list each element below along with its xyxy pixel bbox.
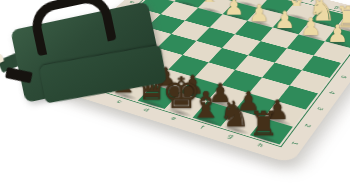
- product-photo-chess-set: ♜♞♝♛♚♝♞♜♟♟♟♟♟♟♟♟♟♟♟♟♟♟♟♟♜♞♝♛♚♝♞♜ aabbccd…: [0, 0, 350, 189]
- square-e4: [209, 48, 249, 70]
- piece-shadow: [138, 98, 166, 110]
- piece-shadow: [193, 115, 221, 128]
- piece-shadow: [251, 132, 280, 145]
- piece-shadow: [165, 106, 193, 118]
- piece-shadow: [222, 124, 251, 137]
